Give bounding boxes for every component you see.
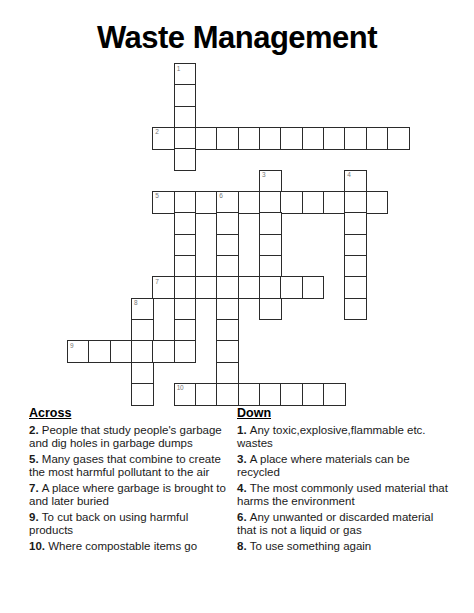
clue-number: 7 bbox=[155, 278, 158, 285]
grid-cell[interactable] bbox=[280, 276, 303, 299]
clue-number: 3 bbox=[262, 171, 265, 178]
grid-cell[interactable] bbox=[259, 298, 282, 321]
clue-number: 10 bbox=[177, 384, 184, 391]
grid-cell[interactable] bbox=[238, 383, 261, 406]
grid-cell[interactable] bbox=[302, 383, 325, 406]
grid-cell[interactable] bbox=[195, 127, 218, 150]
grid-cell[interactable] bbox=[259, 191, 282, 214]
grid-cell[interactable]: 10 bbox=[174, 383, 197, 406]
grid-cell[interactable] bbox=[238, 127, 261, 150]
grid-cell[interactable] bbox=[174, 298, 197, 321]
grid-cell[interactable] bbox=[238, 191, 261, 214]
grid-cell[interactable] bbox=[259, 127, 282, 150]
grid-cell[interactable] bbox=[174, 319, 197, 342]
clue-item: 7. A place where garbage is brought to a… bbox=[29, 482, 235, 508]
clue-number: 8 bbox=[134, 299, 137, 306]
grid-cell[interactable] bbox=[216, 276, 239, 299]
clue-number: 1 bbox=[177, 65, 180, 72]
grid-cell[interactable] bbox=[216, 234, 239, 257]
grid-cell[interactable] bbox=[302, 191, 325, 214]
clue-item: 8. To use something again bbox=[237, 540, 449, 553]
grid-cell[interactable] bbox=[259, 234, 282, 257]
grid-cell[interactable] bbox=[216, 362, 239, 385]
clue-item: 6. Any unwanted or discarded material th… bbox=[237, 511, 449, 537]
grid-cell[interactable]: 2 bbox=[152, 127, 175, 150]
grid-cell[interactable] bbox=[216, 340, 239, 363]
grid-cell[interactable] bbox=[216, 212, 239, 235]
down-clue-list: 1. Any toxic,explosive,flammable etc. wa… bbox=[237, 424, 449, 553]
grid-cell[interactable] bbox=[174, 234, 197, 257]
grid-cell[interactable] bbox=[152, 340, 175, 363]
grid-cell[interactable] bbox=[110, 340, 133, 363]
grid-cell[interactable]: 8 bbox=[131, 298, 154, 321]
grid-cell[interactable] bbox=[131, 340, 154, 363]
grid-cell[interactable] bbox=[280, 191, 303, 214]
clue-item: 3. A place where materials can be recycl… bbox=[237, 453, 449, 479]
down-heading: Down bbox=[237, 406, 449, 420]
grid-cell[interactable] bbox=[174, 340, 197, 363]
grid-cell[interactable] bbox=[323, 383, 346, 406]
grid-cell[interactable] bbox=[174, 106, 197, 129]
grid-cell[interactable] bbox=[195, 191, 218, 214]
across-heading: Across bbox=[29, 406, 235, 420]
clue-item: 10. Where compostable items go bbox=[29, 540, 235, 553]
clue-number: 2 bbox=[155, 128, 158, 135]
grid-cell[interactable]: 4 bbox=[344, 170, 367, 193]
grid-cell[interactable] bbox=[259, 212, 282, 235]
grid-cell[interactable] bbox=[259, 383, 282, 406]
grid-cell[interactable] bbox=[366, 191, 389, 214]
grid-cell[interactable] bbox=[280, 127, 303, 150]
grid-cell[interactable] bbox=[174, 276, 197, 299]
puzzle-title: Waste Management bbox=[0, 20, 474, 56]
grid-cell[interactable]: 6 bbox=[216, 191, 239, 214]
grid-cell[interactable] bbox=[280, 383, 303, 406]
down-clues-section: Down 1. Any toxic,explosive,flammable et… bbox=[237, 406, 449, 555]
grid-cell[interactable] bbox=[195, 383, 218, 406]
grid-cell[interactable] bbox=[344, 127, 367, 150]
clue-item: 1. Any toxic,explosive,flammable etc. wa… bbox=[237, 424, 449, 450]
clue-number: 5 bbox=[155, 192, 158, 199]
grid-cell[interactable] bbox=[302, 276, 325, 299]
grid-cell[interactable] bbox=[174, 255, 197, 278]
grid-cell[interactable]: 1 bbox=[174, 63, 197, 86]
clue-item: 9. To cut back on using harmful products bbox=[29, 511, 235, 537]
across-clues-section: Across 2. People that study people's gar… bbox=[29, 406, 235, 555]
grid-cell[interactable] bbox=[88, 340, 111, 363]
grid-cell[interactable] bbox=[174, 212, 197, 235]
grid-cell[interactable] bbox=[323, 127, 346, 150]
grid-cell[interactable] bbox=[344, 255, 367, 278]
grid-cell[interactable] bbox=[344, 212, 367, 235]
grid-cell[interactable]: 3 bbox=[259, 170, 282, 193]
grid-cell[interactable] bbox=[387, 127, 410, 150]
clue-number: 4 bbox=[347, 171, 350, 178]
clue-number: 6 bbox=[219, 192, 222, 199]
grid-cell[interactable] bbox=[131, 362, 154, 385]
grid-cell[interactable] bbox=[174, 191, 197, 214]
grid-cell[interactable] bbox=[195, 276, 218, 299]
grid-cell[interactable] bbox=[216, 127, 239, 150]
grid-cell[interactable] bbox=[344, 276, 367, 299]
grid-cell[interactable] bbox=[259, 276, 282, 299]
grid-cell[interactable] bbox=[344, 191, 367, 214]
clue-item: 2. People that study people's garbage an… bbox=[29, 424, 235, 450]
grid-cell[interactable] bbox=[174, 127, 197, 150]
grid-cell[interactable] bbox=[259, 255, 282, 278]
grid-cell[interactable]: 9 bbox=[67, 340, 90, 363]
grid-cell[interactable] bbox=[174, 148, 197, 171]
grid-cell[interactable] bbox=[216, 255, 239, 278]
across-clue-list: 2. People that study people's garbage an… bbox=[29, 424, 235, 553]
grid-cell[interactable] bbox=[238, 276, 261, 299]
grid-cell[interactable]: 5 bbox=[152, 191, 175, 214]
grid-cell[interactable] bbox=[131, 319, 154, 342]
crossword-grid: 12345678910 bbox=[67, 63, 410, 406]
grid-cell[interactable] bbox=[174, 84, 197, 107]
grid-cell[interactable]: 7 bbox=[152, 276, 175, 299]
grid-cell[interactable] bbox=[302, 127, 325, 150]
grid-cell[interactable] bbox=[216, 383, 239, 406]
grid-cell[interactable] bbox=[131, 383, 154, 406]
worksheet-page: Waste Management 12345678910 Across 2. P… bbox=[0, 0, 474, 613]
clue-item: 4. The most commonly used material that … bbox=[237, 482, 449, 508]
grid-cell[interactable] bbox=[323, 191, 346, 214]
clue-item: 5. Many gases that combine to create the… bbox=[29, 453, 235, 479]
clue-number: 9 bbox=[70, 342, 73, 349]
grid-cell[interactable] bbox=[216, 319, 239, 342]
grid-cell[interactable] bbox=[216, 298, 239, 321]
grid-cell[interactable] bbox=[344, 298, 367, 321]
grid-cell[interactable] bbox=[344, 234, 367, 257]
grid-cell[interactable] bbox=[366, 127, 389, 150]
